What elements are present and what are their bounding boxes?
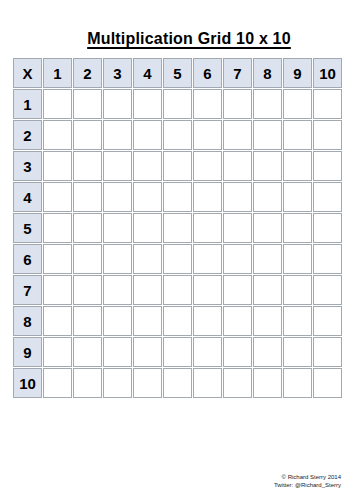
answer-cell-r1c4[interactable]	[133, 89, 162, 119]
answer-cell-r9c6[interactable]	[193, 337, 222, 367]
answer-cell-r9c1[interactable]	[43, 337, 72, 367]
col-header-6: 6	[193, 58, 222, 88]
col-header-5: 5	[163, 58, 192, 88]
row-header-5: 5	[13, 213, 42, 243]
answer-cell-r5c8[interactable]	[253, 213, 282, 243]
answer-cell-r6c7[interactable]	[223, 244, 252, 274]
answer-cell-r6c8[interactable]	[253, 244, 282, 274]
answer-cell-r2c3[interactable]	[103, 120, 132, 150]
answer-cell-r2c7[interactable]	[223, 120, 252, 150]
answer-cell-r9c2[interactable]	[73, 337, 102, 367]
answer-cell-r3c7[interactable]	[223, 151, 252, 181]
answer-cell-r8c3[interactable]	[103, 306, 132, 336]
row-header-10: 10	[13, 368, 42, 398]
answer-cell-r8c10[interactable]	[313, 306, 342, 336]
answer-cell-r4c2[interactable]	[73, 182, 102, 212]
answer-cell-r7c1[interactable]	[43, 275, 72, 305]
answer-cell-r8c5[interactable]	[163, 306, 192, 336]
answer-cell-r7c9[interactable]	[283, 275, 312, 305]
row-header-8: 8	[13, 306, 42, 336]
col-header-8: 8	[253, 58, 282, 88]
answer-cell-r10c6[interactable]	[193, 368, 222, 398]
answer-cell-r6c1[interactable]	[43, 244, 72, 274]
answer-cell-r3c5[interactable]	[163, 151, 192, 181]
answer-cell-r10c1[interactable]	[43, 368, 72, 398]
answer-cell-r8c8[interactable]	[253, 306, 282, 336]
row-header-1: 1	[13, 89, 42, 119]
answer-cell-r4c8[interactable]	[253, 182, 282, 212]
answer-cell-r9c4[interactable]	[133, 337, 162, 367]
answer-cell-r2c1[interactable]	[43, 120, 72, 150]
answer-cell-r8c7[interactable]	[223, 306, 252, 336]
answer-cell-r8c2[interactable]	[73, 306, 102, 336]
answer-cell-r7c6[interactable]	[193, 275, 222, 305]
answer-cell-r5c4[interactable]	[133, 213, 162, 243]
answer-cell-r7c3[interactable]	[103, 275, 132, 305]
answer-cell-r8c6[interactable]	[193, 306, 222, 336]
corner-cell-x: X	[13, 58, 42, 88]
answer-cell-r1c5[interactable]	[163, 89, 192, 119]
answer-cell-r7c5[interactable]	[163, 275, 192, 305]
answer-cell-r4c10[interactable]	[313, 182, 342, 212]
answer-cell-r4c6[interactable]	[193, 182, 222, 212]
answer-cell-r4c7[interactable]	[223, 182, 252, 212]
answer-cell-r2c10[interactable]	[313, 120, 342, 150]
answer-cell-r3c10[interactable]	[313, 151, 342, 181]
answer-cell-r10c7[interactable]	[223, 368, 252, 398]
col-header-2: 2	[73, 58, 102, 88]
col-header-10: 10	[313, 58, 342, 88]
answer-cell-r2c4[interactable]	[133, 120, 162, 150]
row-header-6: 6	[13, 244, 42, 274]
answer-cell-r1c3[interactable]	[103, 89, 132, 119]
page-title: Multiplication Grid 10 x 10	[12, 30, 354, 48]
answer-cell-r6c9[interactable]	[283, 244, 312, 274]
row-header-4: 4	[13, 182, 42, 212]
multiplication-grid: X1234567891012345678910	[13, 58, 342, 398]
answer-cell-r9c10[interactable]	[313, 337, 342, 367]
row-header-3: 3	[13, 151, 42, 181]
answer-cell-r10c4[interactable]	[133, 368, 162, 398]
answer-cell-r2c5[interactable]	[163, 120, 192, 150]
answer-cell-r9c9[interactable]	[283, 337, 312, 367]
answer-cell-r8c4[interactable]	[133, 306, 162, 336]
copyright-line2: Twitter: @Richard_Sterry	[274, 482, 341, 490]
answer-cell-r5c2[interactable]	[73, 213, 102, 243]
answer-cell-r2c8[interactable]	[253, 120, 282, 150]
answer-cell-r5c1[interactable]	[43, 213, 72, 243]
answer-cell-r10c9[interactable]	[283, 368, 312, 398]
answer-cell-r7c2[interactable]	[73, 275, 102, 305]
answer-cell-r5c7[interactable]	[223, 213, 252, 243]
answer-cell-r6c5[interactable]	[163, 244, 192, 274]
answer-cell-r2c6[interactable]	[193, 120, 222, 150]
answer-cell-r4c9[interactable]	[283, 182, 312, 212]
answer-cell-r7c4[interactable]	[133, 275, 162, 305]
row-header-7: 7	[13, 275, 42, 305]
answer-cell-r2c2[interactable]	[73, 120, 102, 150]
answer-cell-r1c7[interactable]	[223, 89, 252, 119]
answer-cell-r3c1[interactable]	[43, 151, 72, 181]
answer-cell-r6c10[interactable]	[313, 244, 342, 274]
answer-cell-r6c2[interactable]	[73, 244, 102, 274]
answer-cell-r6c4[interactable]	[133, 244, 162, 274]
answer-cell-r5c10[interactable]	[313, 213, 342, 243]
answer-cell-r3c2[interactable]	[73, 151, 102, 181]
answer-cell-r3c3[interactable]	[103, 151, 132, 181]
col-header-4: 4	[133, 58, 162, 88]
answer-cell-r7c10[interactable]	[313, 275, 342, 305]
answer-cell-r4c4[interactable]	[133, 182, 162, 212]
answer-cell-r4c1[interactable]	[43, 182, 72, 212]
answer-cell-r3c9[interactable]	[283, 151, 312, 181]
copyright-line1: © Richard Sterry 2014	[274, 474, 341, 482]
col-header-3: 3	[103, 58, 132, 88]
answer-cell-r10c5[interactable]	[163, 368, 192, 398]
answer-cell-r3c6[interactable]	[193, 151, 222, 181]
answer-cell-r9c7[interactable]	[223, 337, 252, 367]
answer-cell-r5c5[interactable]	[163, 213, 192, 243]
answer-cell-r9c5[interactable]	[163, 337, 192, 367]
answer-cell-r10c3[interactable]	[103, 368, 132, 398]
col-header-7: 7	[223, 58, 252, 88]
answer-cell-r1c10[interactable]	[313, 89, 342, 119]
answer-cell-r8c9[interactable]	[283, 306, 312, 336]
answer-cell-r10c8[interactable]	[253, 368, 282, 398]
answer-cell-r1c9[interactable]	[283, 89, 312, 119]
answer-cell-r10c2[interactable]	[73, 368, 102, 398]
row-header-2: 2	[13, 120, 42, 150]
answer-cell-r10c10[interactable]	[313, 368, 342, 398]
answer-cell-r9c8[interactable]	[253, 337, 282, 367]
answer-cell-r5c9[interactable]	[283, 213, 312, 243]
copyright: © Richard Sterry 2014 Twitter: @Richard_…	[274, 474, 341, 490]
answer-cell-r9c3[interactable]	[103, 337, 132, 367]
answer-cell-r8c1[interactable]	[43, 306, 72, 336]
answer-cell-r1c2[interactable]	[73, 89, 102, 119]
answer-cell-r7c7[interactable]	[223, 275, 252, 305]
answer-cell-r1c1[interactable]	[43, 89, 72, 119]
answer-cell-r4c5[interactable]	[163, 182, 192, 212]
answer-cell-r2c9[interactable]	[283, 120, 312, 150]
col-header-9: 9	[283, 58, 312, 88]
answer-cell-r1c8[interactable]	[253, 89, 282, 119]
answer-cell-r7c8[interactable]	[253, 275, 282, 305]
answer-cell-r3c8[interactable]	[253, 151, 282, 181]
col-header-1: 1	[43, 58, 72, 88]
answer-cell-r5c6[interactable]	[193, 213, 222, 243]
answer-cell-r4c3[interactable]	[103, 182, 132, 212]
answer-cell-r6c3[interactable]	[103, 244, 132, 274]
worksheet-page: Multiplication Grid 10 x 10 X12345678910…	[0, 0, 354, 500]
answer-cell-r6c6[interactable]	[193, 244, 222, 274]
answer-cell-r5c3[interactable]	[103, 213, 132, 243]
answer-cell-r3c4[interactable]	[133, 151, 162, 181]
row-header-9: 9	[13, 337, 42, 367]
answer-cell-r1c6[interactable]	[193, 89, 222, 119]
